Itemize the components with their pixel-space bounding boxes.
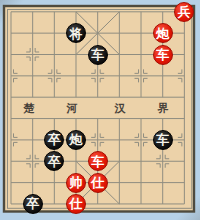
xiangqi-board[interactable]: 楚河汉界 兵将炮车车卒炮车卒车帅仕卒仕: [0, 0, 200, 220]
piece-black-general[interactable]: 将: [66, 23, 86, 43]
river-label-char: 界: [158, 101, 169, 116]
piece-red-soldier[interactable]: 兵: [174, 2, 194, 22]
river-label-char: 楚: [24, 101, 35, 116]
piece-black-chariot[interactable]: 车: [153, 130, 173, 150]
piece-red-advisor[interactable]: 仕: [66, 194, 86, 214]
piece-red-chariot[interactable]: 车: [88, 151, 108, 171]
piece-red-advisor[interactable]: 仕: [88, 173, 108, 193]
piece-red-chariot[interactable]: 车: [153, 45, 173, 65]
piece-red-general[interactable]: 帅: [66, 173, 86, 193]
river-label-char: 河: [67, 101, 78, 116]
piece-black-chariot[interactable]: 车: [88, 45, 108, 65]
piece-black-cannon[interactable]: 炮: [66, 130, 86, 150]
river-label-char: 汉: [115, 101, 126, 116]
piece-black-soldier[interactable]: 卒: [44, 151, 64, 171]
piece-black-soldier[interactable]: 卒: [23, 194, 43, 214]
piece-black-soldier[interactable]: 卒: [44, 130, 64, 150]
piece-red-cannon[interactable]: 炮: [153, 23, 173, 43]
